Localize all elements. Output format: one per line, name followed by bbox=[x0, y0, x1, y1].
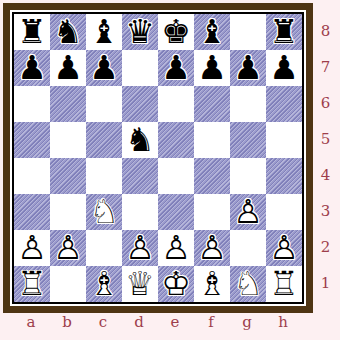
square-h6[interactable] bbox=[266, 86, 302, 122]
square-e6[interactable] bbox=[158, 86, 194, 122]
chess-board: ♜♞♝♛♚♝♜♟♟♟♟♟♟♟♞♞♘♟♙♟♙♟♙♟♙♟♙♟♙♟♙♜♖♝♗♛♕♚♔♝… bbox=[14, 14, 302, 302]
white-pawn-a2[interactable]: ♟♙ bbox=[14, 230, 50, 266]
file-label-a: a bbox=[13, 308, 49, 336]
square-c3[interactable]: ♞♘ bbox=[86, 194, 122, 230]
square-e5[interactable] bbox=[158, 122, 194, 158]
square-a5[interactable] bbox=[14, 122, 50, 158]
black-pawn-glyph: ♟ bbox=[230, 50, 266, 86]
rank-label-5: 5 bbox=[313, 121, 338, 157]
white-rook-outline-glyph: ♖ bbox=[14, 266, 50, 302]
black-pawn-glyph: ♟ bbox=[158, 50, 194, 86]
square-c2[interactable] bbox=[86, 230, 122, 266]
rank-label-8: 8 bbox=[313, 13, 338, 49]
white-bishop-c1[interactable]: ♝♗ bbox=[86, 266, 122, 302]
square-f6[interactable] bbox=[194, 86, 230, 122]
black-pawn-h7[interactable]: ♟ bbox=[266, 50, 302, 86]
black-pawn-a7[interactable]: ♟ bbox=[14, 50, 50, 86]
black-pawn-b7[interactable]: ♟ bbox=[50, 50, 86, 86]
black-pawn-glyph: ♟ bbox=[14, 50, 50, 86]
square-a1[interactable]: ♜♖ bbox=[14, 266, 50, 302]
square-h1[interactable]: ♜♖ bbox=[266, 266, 302, 302]
black-rook-glyph: ♜ bbox=[14, 14, 50, 50]
square-d4[interactable] bbox=[122, 158, 158, 194]
white-pawn-g3[interactable]: ♟♙ bbox=[230, 194, 266, 230]
square-g3[interactable]: ♟♙ bbox=[230, 194, 266, 230]
white-pawn-f2[interactable]: ♟♙ bbox=[194, 230, 230, 266]
black-knight-b8[interactable]: ♞ bbox=[50, 14, 86, 50]
black-queen-glyph: ♛ bbox=[122, 14, 158, 50]
square-g7[interactable]: ♟ bbox=[230, 50, 266, 86]
square-g1[interactable]: ♞♘ bbox=[230, 266, 266, 302]
white-bishop-f1[interactable]: ♝♗ bbox=[194, 266, 230, 302]
black-king-glyph: ♚ bbox=[158, 14, 194, 50]
square-c1[interactable]: ♝♗ bbox=[86, 266, 122, 302]
square-a8[interactable]: ♜ bbox=[14, 14, 50, 50]
square-a6[interactable] bbox=[14, 86, 50, 122]
black-king-e8[interactable]: ♚ bbox=[158, 14, 194, 50]
square-f8[interactable]: ♝ bbox=[194, 14, 230, 50]
white-knight-c3[interactable]: ♞♘ bbox=[86, 194, 122, 230]
white-rook-outline-glyph: ♖ bbox=[266, 266, 302, 302]
black-bishop-c8[interactable]: ♝ bbox=[86, 14, 122, 50]
square-f7[interactable]: ♟ bbox=[194, 50, 230, 86]
square-d6[interactable] bbox=[122, 86, 158, 122]
square-c7[interactable]: ♟ bbox=[86, 50, 122, 86]
square-b1[interactable] bbox=[50, 266, 86, 302]
white-rook-h1[interactable]: ♜♖ bbox=[266, 266, 302, 302]
square-d7[interactable] bbox=[122, 50, 158, 86]
rank-labels: 87654321 bbox=[313, 13, 338, 301]
white-king-outline-glyph: ♔ bbox=[158, 266, 194, 302]
white-pawn-e2[interactable]: ♟♙ bbox=[158, 230, 194, 266]
black-rook-glyph: ♜ bbox=[266, 14, 302, 50]
rank-label-1: 1 bbox=[313, 265, 338, 301]
black-pawn-glyph: ♟ bbox=[86, 50, 122, 86]
black-pawn-e7[interactable]: ♟ bbox=[158, 50, 194, 86]
square-d3[interactable] bbox=[122, 194, 158, 230]
black-pawn-f7[interactable]: ♟ bbox=[194, 50, 230, 86]
black-rook-a8[interactable]: ♜ bbox=[14, 14, 50, 50]
white-king-e1[interactable]: ♚♔ bbox=[158, 266, 194, 302]
square-b5[interactable] bbox=[50, 122, 86, 158]
square-f2[interactable]: ♟♙ bbox=[194, 230, 230, 266]
black-bishop-glyph: ♝ bbox=[194, 14, 230, 50]
white-knight-outline-glyph: ♘ bbox=[230, 266, 266, 302]
square-a7[interactable]: ♟ bbox=[14, 50, 50, 86]
rank-label-7: 7 bbox=[313, 49, 338, 85]
white-pawn-b2[interactable]: ♟♙ bbox=[50, 230, 86, 266]
white-pawn-outline-glyph: ♙ bbox=[14, 230, 50, 266]
file-label-c: c bbox=[85, 308, 121, 336]
square-g6[interactable] bbox=[230, 86, 266, 122]
square-g8[interactable] bbox=[230, 14, 266, 50]
square-h4[interactable] bbox=[266, 158, 302, 194]
square-f5[interactable] bbox=[194, 122, 230, 158]
rank-label-4: 4 bbox=[313, 157, 338, 193]
square-e8[interactable]: ♚ bbox=[158, 14, 194, 50]
square-g2[interactable] bbox=[230, 230, 266, 266]
black-knight-glyph: ♞ bbox=[50, 14, 86, 50]
black-rook-h8[interactable]: ♜ bbox=[266, 14, 302, 50]
white-knight-outline-glyph: ♘ bbox=[86, 194, 122, 230]
square-c4[interactable] bbox=[86, 158, 122, 194]
white-pawn-outline-glyph: ♙ bbox=[50, 230, 86, 266]
white-rook-a1[interactable]: ♜♖ bbox=[14, 266, 50, 302]
black-knight-glyph: ♞ bbox=[122, 122, 158, 158]
square-b7[interactable]: ♟ bbox=[50, 50, 86, 86]
square-b4[interactable] bbox=[50, 158, 86, 194]
file-label-g: g bbox=[229, 308, 265, 336]
white-pawn-outline-glyph: ♙ bbox=[122, 230, 158, 266]
rank-label-2: 2 bbox=[313, 229, 338, 265]
square-d2[interactable]: ♟♙ bbox=[122, 230, 158, 266]
square-c5[interactable] bbox=[86, 122, 122, 158]
square-f1[interactable]: ♝♗ bbox=[194, 266, 230, 302]
white-queen-d1[interactable]: ♛♕ bbox=[122, 266, 158, 302]
black-bishop-f8[interactable]: ♝ bbox=[194, 14, 230, 50]
chessboard-app: ♜♞♝♛♚♝♜♟♟♟♟♟♟♟♞♞♘♟♙♟♙♟♙♟♙♟♙♟♙♟♙♜♖♝♗♛♕♚♔♝… bbox=[0, 0, 340, 340]
white-pawn-outline-glyph: ♙ bbox=[230, 194, 266, 230]
white-bishop-outline-glyph: ♗ bbox=[86, 266, 122, 302]
square-h8[interactable]: ♜ bbox=[266, 14, 302, 50]
file-label-b: b bbox=[49, 308, 85, 336]
white-pawn-outline-glyph: ♙ bbox=[194, 230, 230, 266]
file-label-e: e bbox=[157, 308, 193, 336]
file-label-d: d bbox=[121, 308, 157, 336]
square-b3[interactable] bbox=[50, 194, 86, 230]
square-g5[interactable] bbox=[230, 122, 266, 158]
square-e3[interactable] bbox=[158, 194, 194, 230]
square-d5[interactable]: ♞ bbox=[122, 122, 158, 158]
board-frame: ♜♞♝♛♚♝♜♟♟♟♟♟♟♟♞♞♘♟♙♟♙♟♙♟♙♟♙♟♙♟♙♜♖♝♗♛♕♚♔♝… bbox=[3, 3, 313, 313]
square-d1[interactable]: ♛♕ bbox=[122, 266, 158, 302]
rank-label-6: 6 bbox=[313, 85, 338, 121]
black-pawn-c7[interactable]: ♟ bbox=[86, 50, 122, 86]
black-pawn-glyph: ♟ bbox=[194, 50, 230, 86]
square-e1[interactable]: ♚♔ bbox=[158, 266, 194, 302]
square-a3[interactable] bbox=[14, 194, 50, 230]
file-label-f: f bbox=[193, 308, 229, 336]
square-h2[interactable]: ♟♙ bbox=[266, 230, 302, 266]
square-d8[interactable]: ♛ bbox=[122, 14, 158, 50]
rank-label-3: 3 bbox=[313, 193, 338, 229]
square-a4[interactable] bbox=[14, 158, 50, 194]
square-f3[interactable] bbox=[194, 194, 230, 230]
white-queen-outline-glyph: ♕ bbox=[122, 266, 158, 302]
black-pawn-g7[interactable]: ♟ bbox=[230, 50, 266, 86]
square-e2[interactable]: ♟♙ bbox=[158, 230, 194, 266]
square-f4[interactable] bbox=[194, 158, 230, 194]
square-b8[interactable]: ♞ bbox=[50, 14, 86, 50]
square-e4[interactable] bbox=[158, 158, 194, 194]
file-labels: abcdefgh bbox=[13, 308, 301, 336]
white-pawn-outline-glyph: ♙ bbox=[266, 230, 302, 266]
white-pawn-d2[interactable]: ♟♙ bbox=[122, 230, 158, 266]
black-bishop-glyph: ♝ bbox=[86, 14, 122, 50]
black-knight-d5[interactable]: ♞ bbox=[122, 122, 158, 158]
square-c8[interactable]: ♝ bbox=[86, 14, 122, 50]
square-g4[interactable] bbox=[230, 158, 266, 194]
square-b6[interactable] bbox=[50, 86, 86, 122]
white-bishop-outline-glyph: ♗ bbox=[194, 266, 230, 302]
black-queen-d8[interactable]: ♛ bbox=[122, 14, 158, 50]
black-pawn-glyph: ♟ bbox=[266, 50, 302, 86]
square-b2[interactable]: ♟♙ bbox=[50, 230, 86, 266]
square-h3[interactable] bbox=[266, 194, 302, 230]
white-pawn-outline-glyph: ♙ bbox=[158, 230, 194, 266]
file-label-h: h bbox=[265, 308, 301, 336]
square-e7[interactable]: ♟ bbox=[158, 50, 194, 86]
square-h7[interactable]: ♟ bbox=[266, 50, 302, 86]
square-c6[interactable] bbox=[86, 86, 122, 122]
square-a2[interactable]: ♟♙ bbox=[14, 230, 50, 266]
black-pawn-glyph: ♟ bbox=[50, 50, 86, 86]
white-knight-g1[interactable]: ♞♘ bbox=[230, 266, 266, 302]
white-pawn-h2[interactable]: ♟♙ bbox=[266, 230, 302, 266]
square-h5[interactable] bbox=[266, 122, 302, 158]
